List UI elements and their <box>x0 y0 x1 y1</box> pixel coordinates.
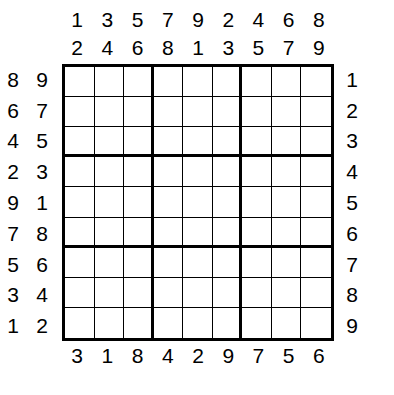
cell-r6c7[interactable] <box>242 218 272 248</box>
cell-r6c4[interactable] <box>154 218 184 248</box>
clue-right-row2: 2 <box>340 95 364 126</box>
clue-right-row5: 5 <box>340 187 364 218</box>
clue-right-row8: 8 <box>340 279 364 310</box>
cell-r6c8[interactable] <box>272 218 302 248</box>
clue-top-inner-col8: 7 <box>274 36 304 58</box>
clue-top-outer-col9: 8 <box>304 8 334 30</box>
clue-left-outer-row3: 4 <box>1 126 25 157</box>
sudoku-board <box>62 64 334 341</box>
cell-r3c3[interactable] <box>124 127 154 157</box>
clue-left-outer-row7: 5 <box>1 249 25 280</box>
cell-r2c2[interactable] <box>95 97 125 127</box>
cell-r8c1[interactable] <box>65 278 95 308</box>
cell-r7c9[interactable] <box>301 248 331 278</box>
cell-r1c3[interactable] <box>124 67 154 97</box>
cell-r9c2[interactable] <box>95 308 125 338</box>
clue-right-row4: 4 <box>340 156 364 187</box>
clue-top-outer-col5: 9 <box>183 8 213 30</box>
cell-r3c7[interactable] <box>242 127 272 157</box>
clue-left-inner-row5: 1 <box>30 187 54 218</box>
clue-left-inner-row6: 8 <box>30 218 54 249</box>
top-clue-row-outer: 1 3 5 7 9 2 4 6 8 <box>62 8 334 30</box>
clue-left-inner-row3: 5 <box>30 126 54 157</box>
cell-r3c2[interactable] <box>95 127 125 157</box>
cell-r4c5[interactable] <box>183 157 213 187</box>
cell-r1c7[interactable] <box>242 67 272 97</box>
cell-r4c4[interactable] <box>154 157 184 187</box>
cell-r6c2[interactable] <box>95 218 125 248</box>
clue-top-outer-col2: 3 <box>92 8 122 30</box>
clue-left-inner-row8: 4 <box>30 279 54 310</box>
clue-right-row1: 1 <box>340 64 364 95</box>
clue-top-outer-col3: 5 <box>122 8 152 30</box>
cell-r5c7[interactable] <box>242 187 272 217</box>
clue-bottom-col5: 2 <box>183 344 213 366</box>
clue-left-inner-row2: 7 <box>30 95 54 126</box>
cell-r5c2[interactable] <box>95 187 125 217</box>
clue-top-outer-col1: 1 <box>62 8 92 30</box>
cell-r6c9[interactable] <box>301 218 331 248</box>
clue-top-inner-col4: 8 <box>153 36 183 58</box>
clue-right-row3: 3 <box>340 126 364 157</box>
cell-r7c3[interactable] <box>124 248 154 278</box>
clue-left-outer-row8: 3 <box>1 279 25 310</box>
cell-r4c1[interactable] <box>65 157 95 187</box>
cell-r7c6[interactable] <box>213 248 243 278</box>
cell-r7c7[interactable] <box>242 248 272 278</box>
cell-r8c6[interactable] <box>213 278 243 308</box>
cell-r8c5[interactable] <box>183 278 213 308</box>
cell-r3c6[interactable] <box>213 127 243 157</box>
cell-r9c1[interactable] <box>65 308 95 338</box>
cell-r8c4[interactable] <box>154 278 184 308</box>
clue-top-outer-col8: 6 <box>274 8 304 30</box>
cell-r5c5[interactable] <box>183 187 213 217</box>
clue-left-inner-row1: 9 <box>30 64 54 95</box>
left-clue-col-outer: 8 6 4 2 9 7 5 3 1 <box>1 64 25 341</box>
bottom-clue-row: 3 1 8 4 2 9 7 5 6 <box>62 344 334 366</box>
clue-left-outer-row5: 9 <box>1 187 25 218</box>
clue-top-outer-col6: 2 <box>213 8 243 30</box>
clue-left-outer-row1: 8 <box>1 64 25 95</box>
outside-sudoku-diagram: 1 3 5 7 9 2 4 6 8 2 4 6 8 1 3 5 7 9 8 6 … <box>0 0 394 395</box>
cell-r3c1[interactable] <box>65 127 95 157</box>
cell-r5c6[interactable] <box>213 187 243 217</box>
cell-r4c9[interactable] <box>301 157 331 187</box>
cell-r2c8[interactable] <box>272 97 302 127</box>
cell-r5c9[interactable] <box>301 187 331 217</box>
clue-right-row6: 6 <box>340 218 364 249</box>
clue-top-inner-col2: 4 <box>92 36 122 58</box>
clue-top-outer-col4: 7 <box>153 8 183 30</box>
cell-r6c6[interactable] <box>213 218 243 248</box>
clue-bottom-col3: 8 <box>122 344 152 366</box>
clue-top-inner-col5: 1 <box>183 36 213 58</box>
cell-r9c4[interactable] <box>154 308 184 338</box>
cell-r2c4[interactable] <box>154 97 184 127</box>
clue-top-outer-col7: 4 <box>243 8 273 30</box>
cell-r2c3[interactable] <box>124 97 154 127</box>
right-clue-col: 1 2 3 4 5 6 7 8 9 <box>340 64 364 341</box>
clue-left-inner-row4: 3 <box>30 156 54 187</box>
cell-r7c8[interactable] <box>272 248 302 278</box>
clue-bottom-col9: 6 <box>304 344 334 366</box>
cell-r7c4[interactable] <box>154 248 184 278</box>
cell-r9c9[interactable] <box>301 308 331 338</box>
cell-r4c2[interactable] <box>95 157 125 187</box>
clue-bottom-col1: 3 <box>62 344 92 366</box>
cell-r9c7[interactable] <box>242 308 272 338</box>
clue-top-inner-col7: 5 <box>243 36 273 58</box>
cell-r6c5[interactable] <box>183 218 213 248</box>
cell-r3c9[interactable] <box>301 127 331 157</box>
clue-bottom-col6: 9 <box>213 344 243 366</box>
cell-r1c1[interactable] <box>65 67 95 97</box>
left-clue-col-inner: 9 7 5 3 1 8 6 4 2 <box>30 64 54 341</box>
clue-top-inner-col9: 9 <box>304 36 334 58</box>
cell-r8c9[interactable] <box>301 278 331 308</box>
cell-r5c4[interactable] <box>154 187 184 217</box>
clue-left-inner-row9: 2 <box>30 310 54 341</box>
cell-r2c1[interactable] <box>65 97 95 127</box>
cell-r5c1[interactable] <box>65 187 95 217</box>
cell-r3c4[interactable] <box>154 127 184 157</box>
cell-r9c3[interactable] <box>124 308 154 338</box>
cell-r3c5[interactable] <box>183 127 213 157</box>
cell-r7c1[interactable] <box>65 248 95 278</box>
cell-r8c2[interactable] <box>95 278 125 308</box>
cell-r7c2[interactable] <box>95 248 125 278</box>
clue-bottom-col8: 5 <box>274 344 304 366</box>
top-clue-row-inner: 2 4 6 8 1 3 5 7 9 <box>62 36 334 58</box>
cell-r8c7[interactable] <box>242 278 272 308</box>
cell-r4c8[interactable] <box>272 157 302 187</box>
clue-top-inner-col1: 2 <box>62 36 92 58</box>
cell-r3c8[interactable] <box>272 127 302 157</box>
cell-r1c5[interactable] <box>183 67 213 97</box>
cell-r1c8[interactable] <box>272 67 302 97</box>
clue-bottom-col4: 4 <box>153 344 183 366</box>
cell-r2c5[interactable] <box>183 97 213 127</box>
clue-left-outer-row4: 2 <box>1 156 25 187</box>
cell-r4c3[interactable] <box>124 157 154 187</box>
cell-r4c7[interactable] <box>242 157 272 187</box>
cell-r1c9[interactable] <box>301 67 331 97</box>
cell-r1c6[interactable] <box>213 67 243 97</box>
cell-r2c6[interactable] <box>213 97 243 127</box>
cell-r7c5[interactable] <box>183 248 213 278</box>
cell-r1c4[interactable] <box>154 67 184 97</box>
clue-bottom-col2: 1 <box>92 344 122 366</box>
clue-right-row7: 7 <box>340 249 364 280</box>
cell-r4c6[interactable] <box>213 157 243 187</box>
cell-r6c1[interactable] <box>65 218 95 248</box>
cell-r9c5[interactable] <box>183 308 213 338</box>
clue-left-outer-row2: 6 <box>1 95 25 126</box>
clue-left-inner-row7: 6 <box>30 249 54 280</box>
clue-bottom-col7: 7 <box>243 344 273 366</box>
cell-r2c9[interactable] <box>301 97 331 127</box>
cell-r1c2[interactable] <box>95 67 125 97</box>
cell-r8c3[interactable] <box>124 278 154 308</box>
cell-r8c8[interactable] <box>272 278 302 308</box>
cell-r5c8[interactable] <box>272 187 302 217</box>
cell-r9c6[interactable] <box>213 308 243 338</box>
clue-top-inner-col3: 6 <box>122 36 152 58</box>
cell-r2c7[interactable] <box>242 97 272 127</box>
cell-r9c8[interactable] <box>272 308 302 338</box>
clue-top-inner-col6: 3 <box>213 36 243 58</box>
clue-left-outer-row9: 1 <box>1 310 25 341</box>
cell-r6c3[interactable] <box>124 218 154 248</box>
clue-right-row9: 9 <box>340 310 364 341</box>
clue-left-outer-row6: 7 <box>1 218 25 249</box>
cell-r5c3[interactable] <box>124 187 154 217</box>
